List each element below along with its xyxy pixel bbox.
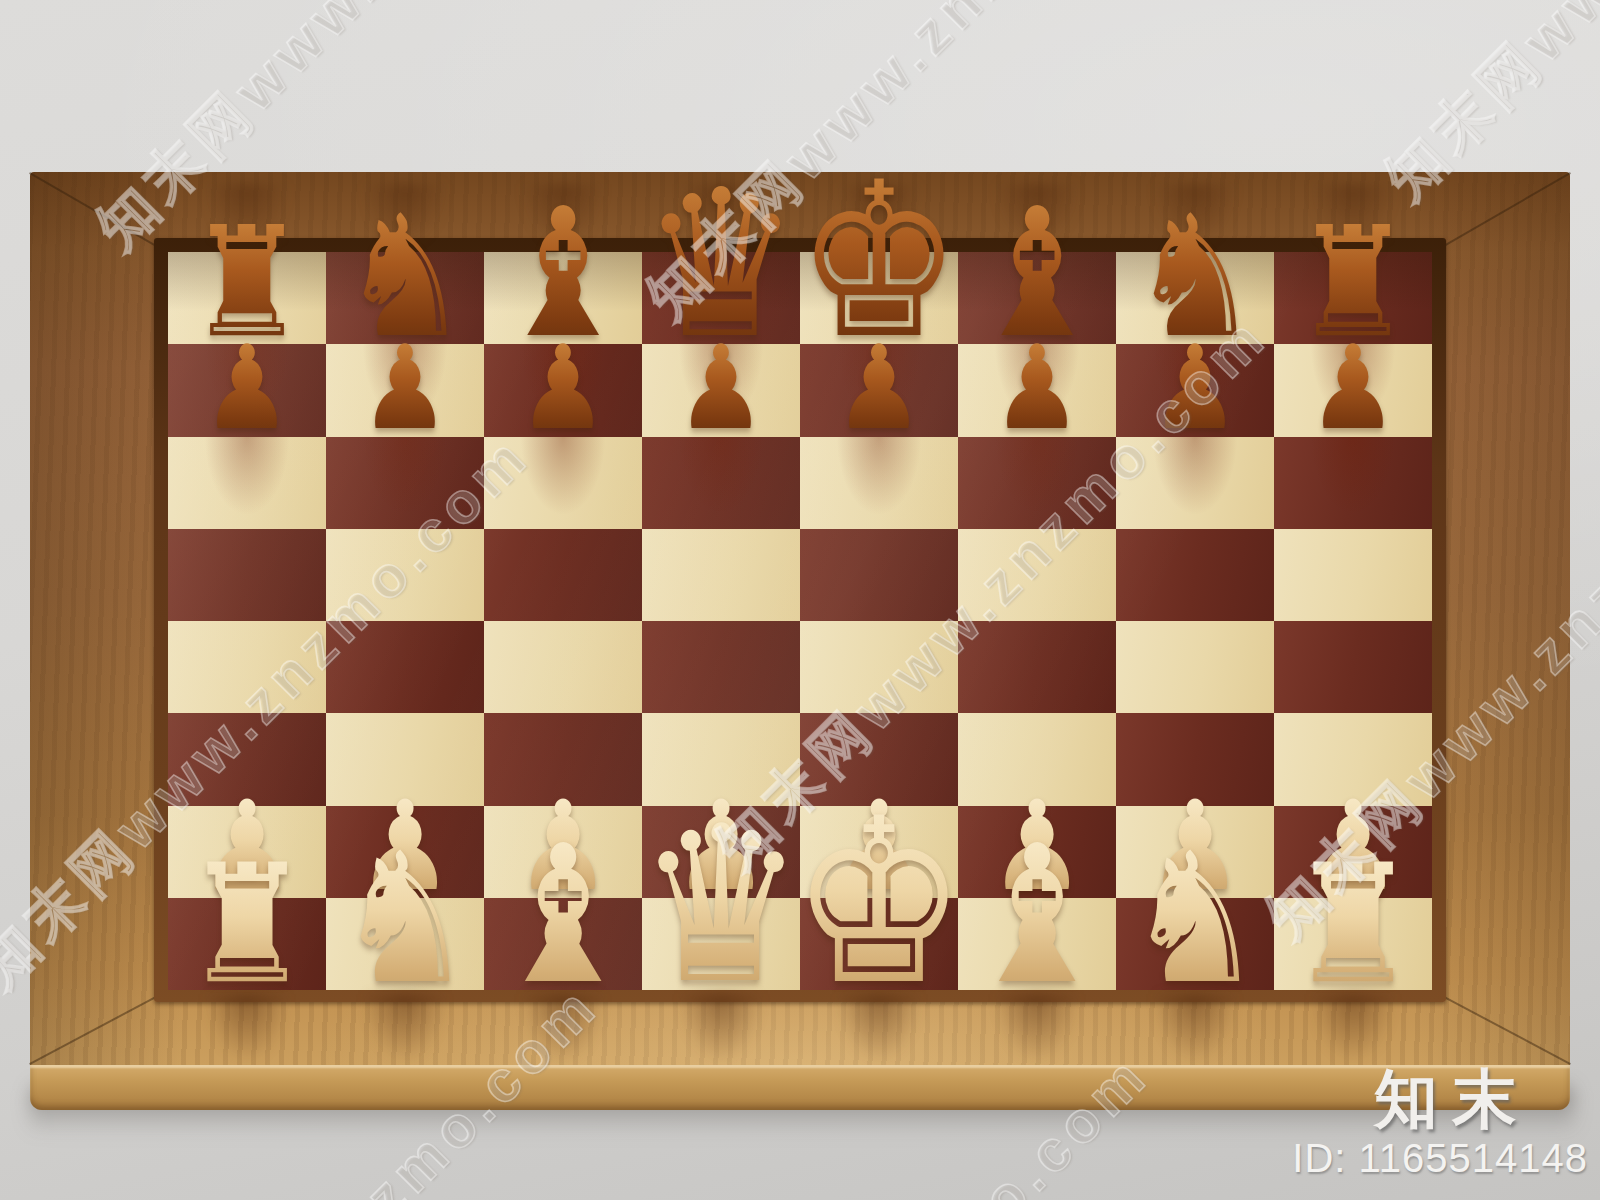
square-b3 — [326, 713, 484, 805]
square-c3 — [484, 713, 642, 805]
piece-reflection — [680, 994, 762, 1062]
square-f1 — [958, 898, 1116, 990]
asset-id-label: ID: 1165514148 — [1292, 1136, 1588, 1181]
square-e1 — [800, 898, 958, 990]
square-g4 — [1116, 621, 1274, 713]
square-f6 — [958, 437, 1116, 529]
piece-reflection — [1154, 184, 1236, 248]
wall-background: ♜♞♝♛♚♝♞♜♟♟♟♟♟♟♟♟♟♟♟♟♟♟♟♟♜♞♝♛♚♝♞♜ 知末网www.… — [0, 0, 1600, 1200]
square-a1 — [168, 898, 326, 990]
square-c7 — [484, 344, 642, 436]
square-g1 — [1116, 898, 1274, 990]
piece-reflection — [1312, 184, 1394, 248]
piece-reflection — [206, 184, 288, 248]
square-g3 — [1116, 713, 1274, 805]
square-d8 — [642, 252, 800, 344]
square-b8 — [326, 252, 484, 344]
square-b6 — [326, 437, 484, 529]
square-b5 — [326, 529, 484, 621]
square-d5 — [642, 529, 800, 621]
piece-reflection — [522, 184, 604, 248]
frame-front-edge — [30, 1065, 1570, 1110]
square-e7 — [800, 344, 958, 436]
square-f2 — [958, 806, 1116, 898]
square-d7 — [642, 344, 800, 436]
square-a7 — [168, 344, 326, 436]
square-c1 — [484, 898, 642, 990]
piece-reflection — [1312, 994, 1394, 1062]
square-h2 — [1274, 806, 1432, 898]
square-e8 — [800, 252, 958, 344]
piece-reflection — [680, 184, 762, 248]
board-squares — [168, 252, 1432, 990]
piece-reflection — [522, 994, 604, 1062]
piece-reflection — [364, 184, 446, 248]
square-d4 — [642, 621, 800, 713]
chess-board: ♜♞♝♛♚♝♞♜♟♟♟♟♟♟♟♟♟♟♟♟♟♟♟♟♜♞♝♛♚♝♞♜ — [30, 172, 1570, 1110]
frame-miter-joint — [29, 172, 170, 255]
square-g2 — [1116, 806, 1274, 898]
square-g8 — [1116, 252, 1274, 344]
square-d3 — [642, 713, 800, 805]
frame-miter-joint — [1430, 172, 1571, 255]
square-a8 — [168, 252, 326, 344]
square-e5 — [800, 529, 958, 621]
square-a2 — [168, 806, 326, 898]
square-e4 — [800, 621, 958, 713]
square-c4 — [484, 621, 642, 713]
square-g6 — [1116, 437, 1274, 529]
square-b2 — [326, 806, 484, 898]
square-b7 — [326, 344, 484, 436]
square-b1 — [326, 898, 484, 990]
square-h7 — [1274, 344, 1432, 436]
square-h6 — [1274, 437, 1432, 529]
square-g5 — [1116, 529, 1274, 621]
square-f7 — [958, 344, 1116, 436]
square-f8 — [958, 252, 1116, 344]
square-h5 — [1274, 529, 1432, 621]
piece-reflection — [996, 994, 1078, 1062]
square-a5 — [168, 529, 326, 621]
square-c8 — [484, 252, 642, 344]
piece-reflection — [996, 184, 1078, 248]
square-h3 — [1274, 713, 1432, 805]
square-c5 — [484, 529, 642, 621]
square-h8 — [1274, 252, 1432, 344]
square-d6 — [642, 437, 800, 529]
square-h1 — [1274, 898, 1432, 990]
square-c6 — [484, 437, 642, 529]
piece-reflection — [1154, 994, 1236, 1062]
square-h4 — [1274, 621, 1432, 713]
square-a4 — [168, 621, 326, 713]
square-f4 — [958, 621, 1116, 713]
square-c2 — [484, 806, 642, 898]
piece-reflection — [364, 994, 446, 1062]
piece-reflection — [838, 184, 920, 248]
piece-reflection — [838, 994, 920, 1062]
square-b4 — [326, 621, 484, 713]
frame-miter-joint — [1427, 987, 1571, 1065]
square-f5 — [958, 529, 1116, 621]
square-d1 — [642, 898, 800, 990]
piece-reflection — [206, 994, 288, 1062]
square-a3 — [168, 713, 326, 805]
square-e6 — [800, 437, 958, 529]
square-e3 — [800, 713, 958, 805]
square-f3 — [958, 713, 1116, 805]
square-d2 — [642, 806, 800, 898]
square-g7 — [1116, 344, 1274, 436]
square-a6 — [168, 437, 326, 529]
frame-miter-joint — [29, 987, 173, 1065]
square-e2 — [800, 806, 958, 898]
site-logo: 知末 — [1374, 1056, 1530, 1143]
